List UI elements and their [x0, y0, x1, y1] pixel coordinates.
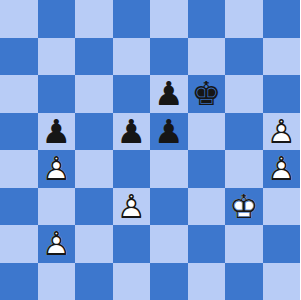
square-a7[interactable] [0, 38, 38, 76]
black-pawn-glyph: ♟ [38, 113, 76, 151]
square-e6[interactable]: ♟ [150, 75, 188, 113]
square-d8[interactable] [113, 0, 151, 38]
black-pawn[interactable]: ♟ [150, 113, 188, 151]
black-king-glyph: ♚ [188, 75, 226, 113]
black-pawn[interactable]: ♟ [150, 75, 188, 113]
square-h1[interactable] [263, 263, 301, 300]
square-b7[interactable] [38, 38, 76, 76]
square-b8[interactable] [38, 0, 76, 38]
square-h2[interactable] [263, 225, 301, 263]
black-pawn-glyph: ♟ [113, 113, 151, 151]
white-pawn-outline: ♙ [38, 225, 76, 263]
square-d5[interactable]: ♟ [113, 113, 151, 151]
square-g7[interactable] [225, 38, 263, 76]
square-f8[interactable] [188, 0, 226, 38]
black-king[interactable]: ♚ [188, 75, 226, 113]
square-d6[interactable] [113, 75, 151, 113]
square-f1[interactable] [188, 263, 226, 300]
square-g8[interactable] [225, 0, 263, 38]
black-pawn-glyph: ♟ [150, 75, 188, 113]
square-b2[interactable]: ♟♙ [38, 225, 76, 263]
square-h7[interactable] [263, 38, 301, 76]
square-a6[interactable] [0, 75, 38, 113]
square-f6[interactable]: ♚ [188, 75, 226, 113]
square-d4[interactable] [113, 150, 151, 188]
square-e7[interactable] [150, 38, 188, 76]
white-pawn-outline: ♙ [263, 113, 301, 151]
black-pawn[interactable]: ♟ [38, 113, 76, 151]
square-e5[interactable]: ♟ [150, 113, 188, 151]
square-h8[interactable] [263, 0, 301, 38]
square-c6[interactable] [75, 75, 113, 113]
square-a8[interactable] [0, 0, 38, 38]
square-a4[interactable] [0, 150, 38, 188]
square-f7[interactable] [188, 38, 226, 76]
square-d1[interactable] [113, 263, 151, 300]
square-a1[interactable] [0, 263, 38, 300]
square-a5[interactable] [0, 113, 38, 151]
white-pawn[interactable]: ♟♙ [38, 225, 76, 263]
square-f4[interactable] [188, 150, 226, 188]
square-g5[interactable] [225, 113, 263, 151]
white-pawn[interactable]: ♟♙ [263, 150, 301, 188]
square-c2[interactable] [75, 225, 113, 263]
square-a3[interactable] [0, 188, 38, 226]
white-pawn[interactable]: ♟♙ [263, 113, 301, 151]
chess-board: ♟♚♟♟♟♟♙♟♙♟♙♟♙♚♔♟♙ [0, 0, 300, 300]
square-b4[interactable]: ♟♙ [38, 150, 76, 188]
square-h6[interactable] [263, 75, 301, 113]
white-pawn[interactable]: ♟♙ [113, 188, 151, 226]
square-f5[interactable] [188, 113, 226, 151]
square-a2[interactable] [0, 225, 38, 263]
square-c4[interactable] [75, 150, 113, 188]
square-d2[interactable] [113, 225, 151, 263]
square-b5[interactable]: ♟ [38, 113, 76, 151]
square-e1[interactable] [150, 263, 188, 300]
square-c1[interactable] [75, 263, 113, 300]
square-h4[interactable]: ♟♙ [263, 150, 301, 188]
square-h3[interactable] [263, 188, 301, 226]
square-e3[interactable] [150, 188, 188, 226]
square-e2[interactable] [150, 225, 188, 263]
square-g2[interactable] [225, 225, 263, 263]
square-b1[interactable] [38, 263, 76, 300]
square-g3[interactable]: ♚♔ [225, 188, 263, 226]
white-king-outline: ♔ [225, 188, 263, 226]
black-pawn-glyph: ♟ [150, 113, 188, 151]
square-e4[interactable] [150, 150, 188, 188]
square-d3[interactable]: ♟♙ [113, 188, 151, 226]
square-c5[interactable] [75, 113, 113, 151]
square-g6[interactable] [225, 75, 263, 113]
square-b6[interactable] [38, 75, 76, 113]
square-c3[interactable] [75, 188, 113, 226]
square-c7[interactable] [75, 38, 113, 76]
black-pawn[interactable]: ♟ [113, 113, 151, 151]
white-pawn-outline: ♙ [38, 150, 76, 188]
square-c8[interactable] [75, 0, 113, 38]
square-f2[interactable] [188, 225, 226, 263]
square-d7[interactable] [113, 38, 151, 76]
white-pawn-outline: ♙ [113, 188, 151, 226]
square-g1[interactable] [225, 263, 263, 300]
square-h5[interactable]: ♟♙ [263, 113, 301, 151]
white-pawn-outline: ♙ [263, 150, 301, 188]
square-b3[interactable] [38, 188, 76, 226]
square-g4[interactable] [225, 150, 263, 188]
square-e8[interactable] [150, 0, 188, 38]
square-f3[interactable] [188, 188, 226, 226]
white-king[interactable]: ♚♔ [225, 188, 263, 226]
white-pawn[interactable]: ♟♙ [38, 150, 76, 188]
